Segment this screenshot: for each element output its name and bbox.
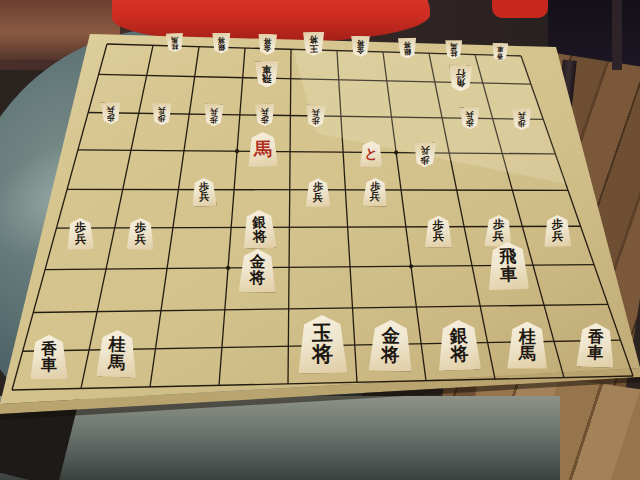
piece-silver-7a[interactable]: 銀 将 [212,33,230,54]
photo-scene: 桂 馬銀 将金 将王 将金 将銀 将桂 馬香 車飛 車角 行歩 兵歩 兵歩 兵歩… [0,0,640,480]
shogi-board[interactable] [0,0,640,480]
